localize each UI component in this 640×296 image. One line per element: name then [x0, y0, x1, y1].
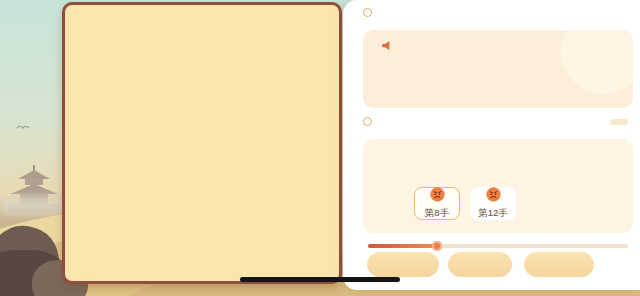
bad-moves-list: 第8手第12手: [414, 187, 516, 220]
move-card-label: 第12手: [478, 207, 508, 220]
bad-move-card-第8手[interactable]: 第8手: [414, 187, 460, 220]
analysis-panel: 第8手第12手: [343, 0, 640, 290]
go-board[interactable]: [62, 2, 342, 284]
slider-knob[interactable]: [432, 241, 442, 251]
bullet-ring-icon: [363, 8, 372, 17]
analysis-header: [363, 117, 628, 126]
bullet-ring-icon: [363, 117, 372, 126]
home-indicator-bar: [240, 277, 400, 282]
next-move-button[interactable]: [524, 252, 594, 277]
try-move-button[interactable]: [367, 252, 439, 277]
board-grid[interactable]: [86, 33, 316, 264]
sad-face-icon: [430, 187, 445, 206]
bird-icon: [16, 123, 30, 131]
move-header: [363, 8, 628, 17]
prev-move-button[interactable]: [448, 252, 512, 277]
app-screen: 第8手第12手: [0, 0, 640, 296]
move-progress-slider[interactable]: [368, 244, 628, 248]
good-bad-moves-card: 第8手第12手: [363, 139, 633, 233]
move-card-label: 第8手: [425, 207, 449, 220]
variation-diagram-button[interactable]: [610, 119, 628, 125]
slider-fill: [368, 244, 437, 248]
sad-face-icon: [486, 187, 501, 206]
bad-move-card-第12手[interactable]: 第12手: [470, 187, 516, 220]
voice-explanation-card: [363, 30, 633, 108]
speaker-icon[interactable]: [380, 39, 393, 52]
